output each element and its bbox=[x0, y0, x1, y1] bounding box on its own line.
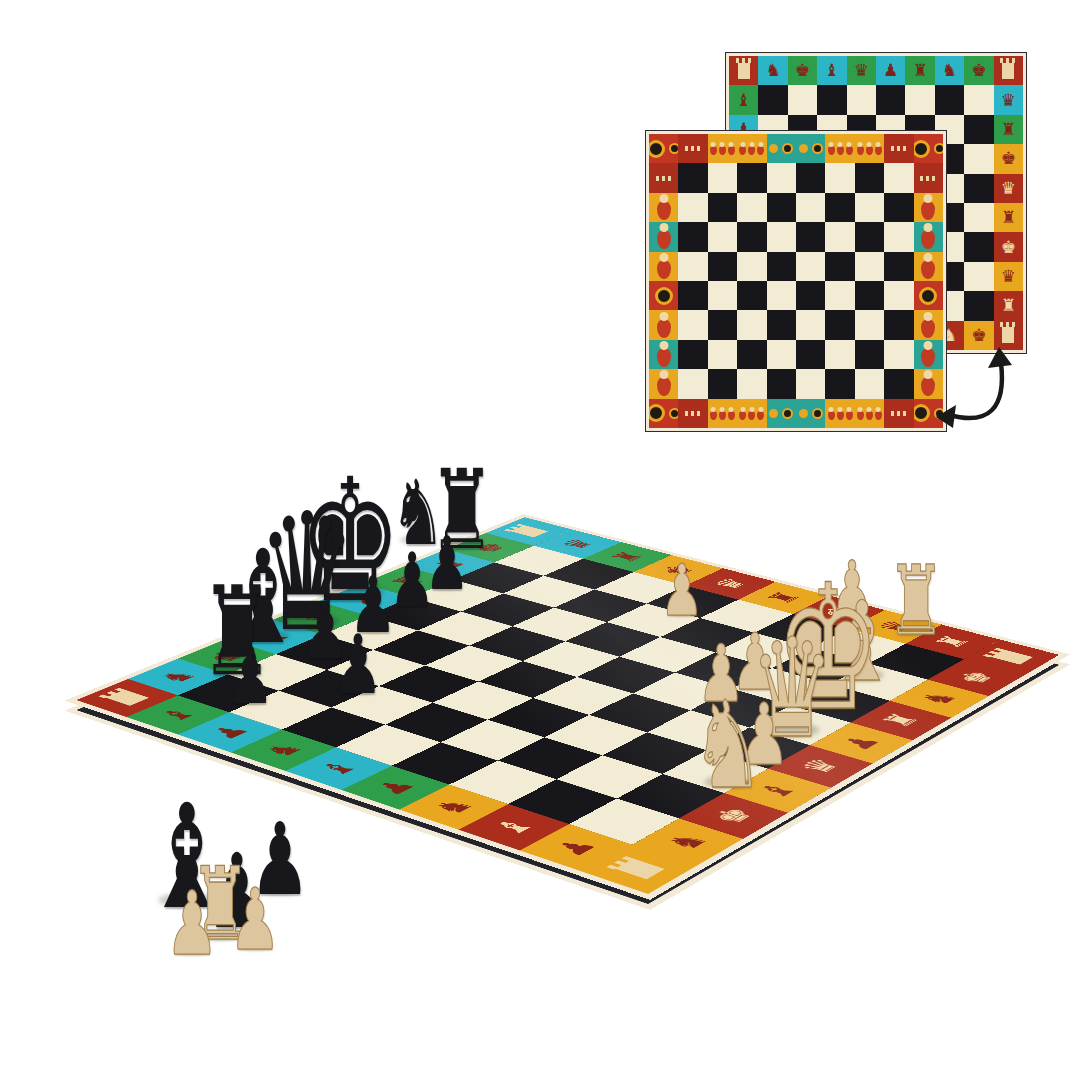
flat-chess-border-cell: ♜ bbox=[994, 291, 1023, 320]
castle-tower-icon bbox=[991, 650, 1033, 665]
border-figure-icon: ♛ bbox=[1001, 180, 1016, 197]
chess-piece-wood-rook-loose: ♜ bbox=[189, 854, 251, 955]
fish-eye-ornament-icon bbox=[799, 143, 823, 154]
castle-tower-icon bbox=[615, 859, 665, 880]
matryoshka-doll-icon bbox=[657, 319, 671, 338]
piece-shadow bbox=[260, 885, 300, 895]
border-figure-icon: ♜ bbox=[386, 574, 431, 589]
checkers-border-cell bbox=[708, 399, 737, 428]
checkers-border-cell bbox=[855, 134, 884, 163]
checkers-border-cell bbox=[678, 399, 707, 428]
main-board-grid: ♞♚♝♛♟♜♞♚♝♛♟♜♞♚♝♛♟♜♞♚♝♛♟♜♞♚♝♛♟♜♞♚ bbox=[76, 517, 1059, 894]
checkers-square bbox=[767, 281, 796, 310]
checkers-square bbox=[884, 222, 913, 251]
matryoshka-row-icon bbox=[710, 142, 735, 155]
checkers-border-cell bbox=[914, 281, 943, 310]
checkers-square bbox=[678, 340, 707, 369]
border-figure-icon: ♜ bbox=[606, 550, 649, 564]
flat-chess-border-cell: ♚ bbox=[964, 56, 993, 85]
checkers-square bbox=[825, 252, 854, 281]
checkers-square bbox=[708, 222, 737, 251]
checkers-square bbox=[884, 193, 913, 222]
checkers-square bbox=[796, 369, 825, 398]
checkers-corner bbox=[649, 399, 678, 428]
checkers-square bbox=[825, 281, 854, 310]
flat-checkers-grid bbox=[649, 134, 943, 428]
flat-chess-corner-castle bbox=[729, 56, 758, 85]
checkers-border-cell bbox=[649, 252, 678, 281]
checkers-square bbox=[737, 281, 766, 310]
checkers-border-cell bbox=[737, 399, 766, 428]
fish-eye-ornament-icon bbox=[769, 408, 793, 419]
checkers-square bbox=[825, 369, 854, 398]
matryoshka-row-icon bbox=[739, 142, 764, 155]
matryoshka-doll-icon bbox=[921, 319, 935, 338]
piece-shadow bbox=[158, 893, 216, 908]
castle-tower-icon bbox=[510, 525, 548, 537]
border-figure-icon: ♜ bbox=[1001, 209, 1016, 226]
dash-ornament-icon bbox=[891, 146, 907, 151]
dash-ornament-icon bbox=[656, 176, 672, 181]
flat-chess-border-cell: ♞ bbox=[758, 56, 787, 85]
checkers-square bbox=[825, 310, 854, 339]
checkers-square bbox=[796, 163, 825, 192]
circle-ornament-icon bbox=[655, 287, 673, 305]
border-figure-icon: ♞ bbox=[154, 668, 203, 686]
checkers-square bbox=[884, 310, 913, 339]
border-figure-icon: ♛ bbox=[872, 618, 918, 634]
flat-chess-border-cell: ♛ bbox=[994, 174, 1023, 203]
border-figure-icon: ♝ bbox=[824, 62, 839, 79]
border-figure-icon: ♛ bbox=[795, 756, 847, 777]
dash-ornament-icon bbox=[891, 411, 907, 416]
flat-chess-square-h2 bbox=[964, 262, 993, 291]
checkers-square bbox=[737, 340, 766, 369]
flat-chess-border-cell: ♝ bbox=[817, 56, 846, 85]
chess-piece-wood-pawn-loose: ♟ bbox=[229, 877, 281, 962]
checkers-square bbox=[708, 163, 737, 192]
border-figure-icon: ♚ bbox=[816, 604, 861, 620]
flat-chess-square-h1 bbox=[964, 291, 993, 320]
checkers-border-cell bbox=[708, 134, 737, 163]
corner-circles-icon bbox=[649, 140, 678, 158]
chess-piece-black-pawn-loose: ♟ bbox=[206, 840, 269, 943]
checkers-square bbox=[884, 340, 913, 369]
checkers-square bbox=[708, 281, 737, 310]
checkers-square bbox=[737, 193, 766, 222]
chess-piece-black-bishop-loose: ♝ bbox=[143, 785, 231, 929]
matryoshka-doll-icon bbox=[921, 260, 935, 279]
checkers-square bbox=[884, 369, 913, 398]
flat-chess-square-d8 bbox=[847, 85, 876, 114]
piece-shadow bbox=[200, 930, 241, 940]
border-figure-icon: ♚ bbox=[656, 563, 700, 578]
checkers-square bbox=[855, 340, 884, 369]
checkers-square bbox=[796, 193, 825, 222]
matryoshka-doll-icon bbox=[657, 260, 671, 279]
flat-chess-border-cell: ♚ bbox=[994, 144, 1023, 173]
circle-ornament-icon bbox=[919, 287, 937, 305]
border-figure-icon: ♚ bbox=[971, 62, 986, 79]
main-board: ♞♚♝♛♟♜♞♚♝♛♟♜♞♚♝♛♟♜♞♚♝♛♟♜♞♚♝♛♟♜♞♚ bbox=[65, 514, 1070, 900]
border-figure-icon: ♚ bbox=[795, 62, 810, 79]
border-figure-icon: ♟ bbox=[369, 777, 422, 798]
chess-piece-wood-pawn-loose: ♟ bbox=[165, 880, 219, 968]
checkers-square bbox=[678, 193, 707, 222]
checkers-border-cell bbox=[914, 222, 943, 251]
piece-shadow bbox=[400, 535, 436, 544]
matryoshka-row-icon bbox=[857, 142, 882, 155]
border-figure-icon: ♚ bbox=[1001, 150, 1016, 167]
checkers-square bbox=[855, 310, 884, 339]
matryoshka-row-icon bbox=[857, 407, 882, 420]
flat-board-checkers-side bbox=[645, 130, 947, 432]
checkers-square bbox=[855, 281, 884, 310]
product-photo-canvas: ♞♚♝♛♟♜♞♚♝♛♟♜♞♚♝♛♟♜♞♚♝♛♟♜♞♚♝♛♟♜♞♚ ♞♚♝♛♟♜♞… bbox=[0, 0, 1080, 1080]
border-figure-icon: ♜ bbox=[876, 711, 926, 730]
checkers-square bbox=[767, 340, 796, 369]
matryoshka-doll-icon bbox=[657, 348, 671, 367]
border-figure-icon: ♝ bbox=[487, 816, 541, 839]
checkers-square bbox=[708, 340, 737, 369]
border-figure-icon: ♜ bbox=[1001, 121, 1016, 138]
flat-chess-border-cell: ♚ bbox=[788, 56, 817, 85]
border-figure-icon: ♞ bbox=[765, 62, 780, 79]
border-figure-icon: ♜ bbox=[762, 590, 807, 606]
checkers-border-cell bbox=[884, 134, 913, 163]
checkers-square bbox=[737, 310, 766, 339]
checkers-square bbox=[825, 222, 854, 251]
checkers-border-cell bbox=[825, 134, 854, 163]
checkers-border-cell bbox=[649, 310, 678, 339]
flat-chess-square-a8 bbox=[758, 85, 787, 114]
checkers-border-cell bbox=[649, 222, 678, 251]
checkers-border-cell bbox=[649, 163, 678, 192]
border-figure-icon: ♝ bbox=[251, 628, 298, 645]
checkers-square bbox=[884, 252, 913, 281]
matryoshka-row-icon bbox=[828, 407, 853, 420]
flip-arrow-icon bbox=[935, 343, 1045, 443]
flat-chess-border-cell: ♜ bbox=[994, 203, 1023, 232]
flat-chess-square-h7 bbox=[964, 115, 993, 144]
checkers-square bbox=[678, 222, 707, 251]
dash-ornament-icon bbox=[685, 146, 701, 151]
border-figure-icon: ♛ bbox=[297, 610, 343, 626]
checkers-corner bbox=[649, 134, 678, 163]
checkers-square bbox=[796, 281, 825, 310]
checkers-border-cell bbox=[767, 399, 796, 428]
checkers-border-cell bbox=[649, 340, 678, 369]
border-figure-icon: ♜ bbox=[1001, 297, 1016, 314]
checkers-square bbox=[708, 310, 737, 339]
fish-eye-ornament-icon bbox=[769, 143, 793, 154]
border-figure-icon: ♝ bbox=[736, 92, 751, 109]
checkers-border-cell bbox=[914, 310, 943, 339]
border-figure-icon: ♛ bbox=[556, 537, 599, 551]
flat-chess-square-h5 bbox=[964, 174, 993, 203]
matryoshka-doll-icon bbox=[921, 201, 935, 220]
dash-ornament-icon bbox=[920, 176, 936, 181]
matryoshka-row-icon bbox=[739, 407, 764, 420]
chess-piece-black-knight-g8: ♞ bbox=[391, 468, 446, 558]
checkers-square bbox=[767, 163, 796, 192]
checkers-border-cell bbox=[767, 134, 796, 163]
matryoshka-doll-icon bbox=[921, 230, 935, 249]
flat-chess-border-cell: ♛ bbox=[994, 85, 1023, 114]
checkers-border-cell bbox=[649, 281, 678, 310]
border-figure-icon: ♟ bbox=[883, 62, 898, 79]
checkers-square bbox=[884, 163, 913, 192]
matryoshka-row-icon bbox=[828, 142, 853, 155]
checkers-border-cell bbox=[649, 369, 678, 398]
checkers-border-cell bbox=[914, 252, 943, 281]
checkers-border-cell bbox=[884, 399, 913, 428]
checkers-border-cell bbox=[796, 134, 825, 163]
checkers-square bbox=[767, 310, 796, 339]
flat-chess-square-h4 bbox=[964, 203, 993, 232]
border-figure-icon: ♚ bbox=[707, 805, 761, 827]
checkers-border-cell bbox=[737, 134, 766, 163]
border-figure-icon: ♚ bbox=[971, 327, 986, 344]
flat-chess-square-e8 bbox=[876, 85, 905, 114]
matryoshka-doll-icon bbox=[657, 377, 671, 396]
checkers-square bbox=[767, 222, 796, 251]
border-figure-icon: ♜ bbox=[929, 633, 975, 650]
border-figure-icon: ♞ bbox=[258, 740, 309, 760]
castle-tower-icon bbox=[106, 690, 149, 706]
checkers-border-cell bbox=[914, 193, 943, 222]
checkers-square bbox=[678, 310, 707, 339]
checkers-square bbox=[855, 252, 884, 281]
matryoshka-doll-icon bbox=[921, 377, 935, 396]
border-figure-icon: ♟ bbox=[342, 592, 387, 608]
castle-tower-icon bbox=[1002, 327, 1014, 343]
chess-piece-black-pawn-loose: ♟ bbox=[250, 810, 311, 910]
border-figure-icon: ♝ bbox=[153, 705, 203, 724]
checkers-border-cell bbox=[796, 399, 825, 428]
border-figure-icon: ♚ bbox=[468, 540, 511, 554]
border-figure-icon: ♚ bbox=[203, 648, 251, 665]
flat-chess-border-cell: ♞ bbox=[935, 56, 964, 85]
flat-chess-square-h8 bbox=[964, 85, 993, 114]
flat-chess-corner-castle bbox=[994, 56, 1023, 85]
border-figure-icon: ♝ bbox=[313, 758, 365, 779]
checkers-square bbox=[678, 281, 707, 310]
checkers-square bbox=[855, 193, 884, 222]
flat-chess-square-g8 bbox=[935, 85, 964, 114]
border-figure-icon: ♞ bbox=[428, 557, 472, 572]
corner-circles-icon bbox=[649, 404, 678, 422]
checkers-square bbox=[796, 310, 825, 339]
border-figure-icon: ♚ bbox=[1001, 239, 1016, 256]
matryoshka-doll-icon bbox=[921, 348, 935, 367]
piece-shadow bbox=[174, 946, 209, 955]
checkers-corner bbox=[914, 134, 943, 163]
border-figure-icon: ♜ bbox=[912, 62, 927, 79]
matryoshka-doll-icon bbox=[657, 201, 671, 220]
checkers-square bbox=[825, 340, 854, 369]
checkers-border-cell bbox=[649, 193, 678, 222]
checkers-square bbox=[708, 252, 737, 281]
checkers-square bbox=[737, 252, 766, 281]
checkers-square bbox=[767, 252, 796, 281]
border-figure-icon: ♞ bbox=[915, 689, 964, 707]
border-figure-icon: ♞ bbox=[942, 62, 957, 79]
border-figure-icon: ♛ bbox=[1001, 92, 1016, 109]
border-figure-icon: ♚ bbox=[952, 668, 1000, 686]
checkers-border-cell bbox=[914, 163, 943, 192]
checkers-square bbox=[855, 369, 884, 398]
checkers-square bbox=[796, 222, 825, 251]
flat-chess-square-h3 bbox=[964, 232, 993, 261]
checkers-border-cell bbox=[825, 399, 854, 428]
checkers-border-cell bbox=[678, 134, 707, 163]
checkers-square bbox=[678, 369, 707, 398]
flat-chess-square-b8 bbox=[788, 85, 817, 114]
flat-chess-border-cell: ♜ bbox=[905, 56, 934, 85]
matryoshka-row-icon bbox=[710, 407, 735, 420]
border-figure-icon: ♟ bbox=[836, 733, 887, 753]
border-figure-icon: ♞ bbox=[427, 796, 481, 818]
flat-chess-border-cell: ♛ bbox=[847, 56, 876, 85]
checkers-square bbox=[708, 193, 737, 222]
checkers-square bbox=[855, 222, 884, 251]
checkers-square bbox=[767, 193, 796, 222]
flat-chess-border-cell: ♛ bbox=[994, 262, 1023, 291]
checkers-square bbox=[678, 252, 707, 281]
border-figure-icon: ♝ bbox=[751, 780, 804, 801]
checkers-square bbox=[796, 252, 825, 281]
piece-shadow bbox=[216, 917, 257, 928]
flat-chess-square-c8 bbox=[817, 85, 846, 114]
fish-eye-ornament-icon bbox=[799, 408, 823, 419]
border-figure-icon: ♛ bbox=[854, 62, 869, 79]
flat-chess-border-cell: ♚ bbox=[994, 232, 1023, 261]
checkers-square bbox=[708, 369, 737, 398]
border-figure-icon: ♛ bbox=[1001, 268, 1016, 285]
dash-ornament-icon bbox=[685, 411, 701, 416]
checkers-square bbox=[767, 369, 796, 398]
checkers-square bbox=[825, 163, 854, 192]
flat-chess-border-cell: ♝ bbox=[729, 85, 758, 114]
castle-tower-icon bbox=[738, 63, 750, 79]
checkers-square bbox=[825, 193, 854, 222]
checkers-square bbox=[855, 163, 884, 192]
piece-shadow bbox=[238, 941, 272, 950]
checkers-square bbox=[737, 163, 766, 192]
flat-chess-border-cell: ♜ bbox=[994, 115, 1023, 144]
border-figure-icon: ♛ bbox=[708, 576, 752, 591]
checkers-square bbox=[737, 222, 766, 251]
flat-chess-square-h6 bbox=[964, 144, 993, 173]
matryoshka-doll-icon bbox=[657, 230, 671, 249]
flat-chess-border-cell: ♟ bbox=[876, 56, 905, 85]
border-figure-icon: ♟ bbox=[205, 722, 256, 741]
checkers-square bbox=[796, 340, 825, 369]
checkers-square bbox=[884, 281, 913, 310]
checkers-square bbox=[678, 163, 707, 192]
castle-tower-icon bbox=[1002, 63, 1014, 79]
checkers-square bbox=[737, 369, 766, 398]
border-figure-icon: ♟ bbox=[548, 836, 603, 859]
checkers-border-cell bbox=[855, 399, 884, 428]
corner-circles-icon bbox=[914, 140, 943, 158]
flat-chess-square-f8 bbox=[905, 85, 934, 114]
border-figure-icon: ♞ bbox=[660, 830, 715, 853]
